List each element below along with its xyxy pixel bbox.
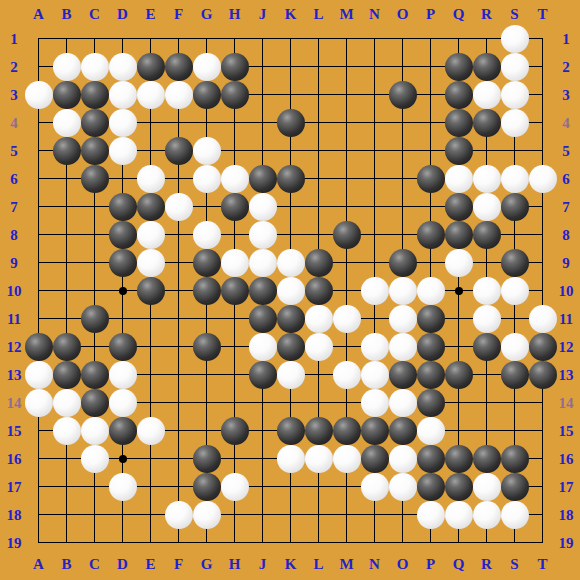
row-label-right-5: 5 — [562, 143, 570, 158]
stone-white — [501, 109, 529, 137]
stone-black — [53, 333, 81, 361]
stone-white — [389, 473, 417, 501]
row-label-left-6: 6 — [10, 171, 18, 186]
column-label-bottom-S: S — [510, 557, 518, 572]
stone-black — [109, 249, 137, 277]
column-label-top-G: G — [201, 7, 213, 22]
column-label-bottom-B: B — [61, 557, 71, 572]
stone-white — [109, 137, 137, 165]
stone-black — [333, 417, 361, 445]
stone-white — [25, 81, 53, 109]
stone-white — [501, 333, 529, 361]
stone-white — [529, 305, 557, 333]
row-label-right-10: 10 — [559, 283, 574, 298]
stone-white — [501, 501, 529, 529]
stone-white — [81, 417, 109, 445]
row-label-right-12: 12 — [559, 339, 574, 354]
row-label-left-14: 14 — [7, 395, 22, 410]
stone-black — [529, 333, 557, 361]
column-label-bottom-P: P — [426, 557, 435, 572]
stone-white — [473, 193, 501, 221]
row-label-left-8: 8 — [10, 227, 18, 242]
stone-white — [193, 501, 221, 529]
stone-black — [81, 389, 109, 417]
column-label-top-F: F — [174, 7, 183, 22]
column-label-bottom-F: F — [174, 557, 183, 572]
stone-white — [333, 361, 361, 389]
stone-black — [445, 81, 473, 109]
stone-black — [109, 417, 137, 445]
stone-white — [501, 53, 529, 81]
row-label-right-7: 7 — [562, 199, 570, 214]
stone-white — [221, 473, 249, 501]
stone-black — [417, 305, 445, 333]
stone-white — [473, 473, 501, 501]
star-point-Q10 — [455, 287, 463, 295]
stone-black — [445, 445, 473, 473]
stone-black — [137, 193, 165, 221]
row-label-right-9: 9 — [562, 255, 570, 270]
stone-white — [249, 249, 277, 277]
row-label-right-8: 8 — [562, 227, 570, 242]
column-label-top-Q: Q — [453, 7, 465, 22]
stone-black — [445, 193, 473, 221]
stone-black — [501, 249, 529, 277]
stone-white — [137, 81, 165, 109]
stone-black — [305, 249, 333, 277]
column-label-top-J: J — [259, 7, 267, 22]
row-label-right-18: 18 — [559, 507, 574, 522]
stone-black — [445, 221, 473, 249]
stone-white — [501, 165, 529, 193]
column-label-top-B: B — [61, 7, 71, 22]
stone-black — [389, 361, 417, 389]
stone-white — [305, 305, 333, 333]
stone-black — [473, 221, 501, 249]
stone-black — [501, 193, 529, 221]
stone-white — [109, 81, 137, 109]
row-label-left-15: 15 — [7, 423, 22, 438]
stone-black — [221, 277, 249, 305]
row-label-right-6: 6 — [562, 171, 570, 186]
stone-white — [109, 473, 137, 501]
stone-black — [165, 137, 193, 165]
stone-black — [389, 417, 417, 445]
stone-white — [25, 361, 53, 389]
column-label-bottom-H: H — [229, 557, 241, 572]
stone-white — [389, 305, 417, 333]
stone-black — [249, 305, 277, 333]
stone-black — [109, 193, 137, 221]
column-label-bottom-C: C — [89, 557, 100, 572]
go-board-screen: ABCDEFGHJKLMNOPQRST ABCDEFGHJKLMNOPQRST … — [0, 0, 580, 580]
stone-white — [137, 417, 165, 445]
row-label-left-16: 16 — [7, 451, 22, 466]
column-label-bottom-A: A — [33, 557, 44, 572]
stone-black — [361, 445, 389, 473]
stone-white — [473, 305, 501, 333]
stone-white — [53, 109, 81, 137]
stone-black — [501, 361, 529, 389]
stone-white — [333, 305, 361, 333]
stone-black — [193, 81, 221, 109]
column-label-top-N: N — [369, 7, 380, 22]
stone-white — [361, 473, 389, 501]
stone-black — [389, 81, 417, 109]
stone-white — [277, 249, 305, 277]
stone-black — [305, 417, 333, 445]
row-label-left-9: 9 — [10, 255, 18, 270]
column-label-top-L: L — [313, 7, 323, 22]
column-label-top-C: C — [89, 7, 100, 22]
stone-black — [445, 361, 473, 389]
row-label-right-17: 17 — [559, 479, 574, 494]
stone-black — [361, 417, 389, 445]
stone-white — [445, 165, 473, 193]
stone-white — [109, 361, 137, 389]
stone-white — [389, 389, 417, 417]
stone-white — [249, 333, 277, 361]
stone-white — [53, 53, 81, 81]
stone-white — [249, 193, 277, 221]
row-label-right-11: 11 — [559, 311, 573, 326]
stone-white — [361, 389, 389, 417]
row-label-right-16: 16 — [559, 451, 574, 466]
stone-white — [81, 445, 109, 473]
stone-black — [81, 109, 109, 137]
stone-black — [193, 277, 221, 305]
stone-white — [193, 221, 221, 249]
stone-white — [417, 501, 445, 529]
stone-white — [445, 501, 473, 529]
row-label-left-19: 19 — [7, 535, 22, 550]
stone-black — [445, 137, 473, 165]
stone-black — [389, 249, 417, 277]
stone-white — [193, 165, 221, 193]
row-label-right-13: 13 — [559, 367, 574, 382]
stone-white — [137, 165, 165, 193]
row-label-left-1: 1 — [10, 31, 18, 46]
column-label-top-O: O — [397, 7, 409, 22]
stone-white — [501, 277, 529, 305]
stone-black — [529, 361, 557, 389]
column-label-top-D: D — [117, 7, 128, 22]
stone-white — [417, 417, 445, 445]
stone-white — [473, 165, 501, 193]
column-label-bottom-E: E — [145, 557, 155, 572]
column-label-bottom-T: T — [537, 557, 547, 572]
stone-black — [333, 221, 361, 249]
row-label-right-15: 15 — [559, 423, 574, 438]
column-label-top-M: M — [339, 7, 353, 22]
stone-white — [305, 333, 333, 361]
stone-white — [305, 445, 333, 473]
stone-black — [137, 277, 165, 305]
stone-white — [473, 277, 501, 305]
row-label-left-11: 11 — [7, 311, 21, 326]
column-label-top-P: P — [426, 7, 435, 22]
stone-black — [473, 109, 501, 137]
row-label-left-13: 13 — [7, 367, 22, 382]
row-label-right-2: 2 — [562, 59, 570, 74]
stone-white — [361, 277, 389, 305]
stone-black — [445, 473, 473, 501]
stone-white — [389, 445, 417, 473]
stone-white — [221, 165, 249, 193]
stone-white — [109, 389, 137, 417]
stone-white — [501, 25, 529, 53]
column-label-top-S: S — [510, 7, 518, 22]
column-label-bottom-K: K — [285, 557, 297, 572]
stone-white — [137, 249, 165, 277]
stone-black — [81, 137, 109, 165]
row-label-left-7: 7 — [10, 199, 18, 214]
stone-white — [277, 445, 305, 473]
stone-white — [361, 361, 389, 389]
stone-white — [361, 333, 389, 361]
stone-black — [221, 53, 249, 81]
row-label-left-12: 12 — [7, 339, 22, 354]
star-point-D16 — [119, 455, 127, 463]
column-label-bottom-O: O — [397, 557, 409, 572]
stone-black — [53, 137, 81, 165]
column-label-bottom-G: G — [201, 557, 213, 572]
stone-black — [501, 445, 529, 473]
stone-black — [193, 473, 221, 501]
stone-white — [109, 53, 137, 81]
stone-white — [277, 361, 305, 389]
stone-white — [25, 389, 53, 417]
stone-white — [417, 277, 445, 305]
stone-white — [193, 137, 221, 165]
stone-black — [277, 333, 305, 361]
stone-black — [417, 165, 445, 193]
column-label-top-A: A — [33, 7, 44, 22]
stone-white — [137, 221, 165, 249]
stone-black — [277, 109, 305, 137]
stone-white — [165, 193, 193, 221]
stone-black — [417, 361, 445, 389]
stone-black — [417, 389, 445, 417]
row-label-left-18: 18 — [7, 507, 22, 522]
stone-black — [221, 81, 249, 109]
stone-white — [501, 81, 529, 109]
row-label-left-17: 17 — [7, 479, 22, 494]
stone-black — [193, 445, 221, 473]
row-label-left-4: 4 — [10, 115, 18, 130]
stone-black — [305, 277, 333, 305]
stone-black — [417, 445, 445, 473]
stone-white — [277, 277, 305, 305]
stone-black — [137, 53, 165, 81]
row-label-right-1: 1 — [562, 31, 570, 46]
row-label-left-2: 2 — [10, 59, 18, 74]
stone-black — [277, 305, 305, 333]
stone-white — [473, 501, 501, 529]
stone-white — [193, 53, 221, 81]
stone-black — [501, 473, 529, 501]
stone-white — [529, 165, 557, 193]
stone-black — [81, 305, 109, 333]
star-point-D10 — [119, 287, 127, 295]
row-label-right-19: 19 — [559, 535, 574, 550]
column-label-bottom-M: M — [339, 557, 353, 572]
row-label-left-5: 5 — [10, 143, 18, 158]
stone-white — [445, 249, 473, 277]
stone-black — [277, 417, 305, 445]
stone-black — [193, 333, 221, 361]
stone-white — [473, 81, 501, 109]
stone-black — [109, 221, 137, 249]
column-label-bottom-R: R — [481, 557, 492, 572]
stone-black — [277, 165, 305, 193]
stone-white — [389, 333, 417, 361]
stone-black — [249, 361, 277, 389]
column-label-top-E: E — [145, 7, 155, 22]
row-label-left-10: 10 — [7, 283, 22, 298]
stone-white — [109, 109, 137, 137]
stone-black — [193, 249, 221, 277]
stone-black — [473, 53, 501, 81]
stone-white — [333, 445, 361, 473]
stone-black — [473, 445, 501, 473]
column-label-bottom-L: L — [313, 557, 323, 572]
column-label-bottom-J: J — [259, 557, 267, 572]
stone-white — [389, 277, 417, 305]
stone-black — [53, 81, 81, 109]
row-label-right-14: 14 — [559, 395, 574, 410]
stone-white — [165, 501, 193, 529]
stone-black — [53, 361, 81, 389]
stone-black — [221, 417, 249, 445]
row-label-left-3: 3 — [10, 87, 18, 102]
stone-black — [25, 333, 53, 361]
column-label-bottom-D: D — [117, 557, 128, 572]
stone-black — [81, 81, 109, 109]
stone-black — [445, 53, 473, 81]
column-label-top-H: H — [229, 7, 241, 22]
stone-black — [417, 221, 445, 249]
stone-white — [165, 81, 193, 109]
stone-white — [81, 53, 109, 81]
row-label-right-4: 4 — [562, 115, 570, 130]
stone-white — [53, 417, 81, 445]
stone-white — [221, 249, 249, 277]
stone-black — [473, 333, 501, 361]
stone-black — [109, 333, 137, 361]
stone-black — [249, 165, 277, 193]
column-label-top-K: K — [285, 7, 297, 22]
stone-black — [417, 473, 445, 501]
stone-black — [81, 165, 109, 193]
column-label-bottom-N: N — [369, 557, 380, 572]
stone-black — [165, 53, 193, 81]
row-label-right-3: 3 — [562, 87, 570, 102]
stone-black — [445, 109, 473, 137]
stone-black — [81, 361, 109, 389]
stone-black — [249, 277, 277, 305]
stone-white — [249, 221, 277, 249]
column-label-top-R: R — [481, 7, 492, 22]
stone-white — [53, 389, 81, 417]
stone-black — [417, 333, 445, 361]
column-label-top-T: T — [537, 7, 547, 22]
stone-black — [221, 193, 249, 221]
column-label-bottom-Q: Q — [453, 557, 465, 572]
